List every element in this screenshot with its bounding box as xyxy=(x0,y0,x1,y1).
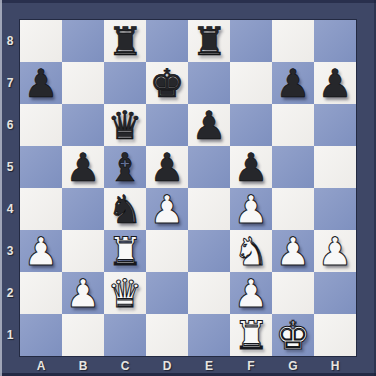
square-g1[interactable]: ♚ xyxy=(272,314,314,356)
square-h6[interactable] xyxy=(314,104,356,146)
square-g2[interactable] xyxy=(272,272,314,314)
black-pawn[interactable]: ♟ xyxy=(62,146,104,188)
chess-board-frame: 87654321 ♜♜♟♚♟♟♛♟♟♝♟♟♞♟♟♟♜♞♟♟♟♛♟♜♚ ABCDE… xyxy=(0,0,376,376)
square-h5[interactable] xyxy=(314,146,356,188)
square-h4[interactable] xyxy=(314,188,356,230)
square-h8[interactable] xyxy=(314,20,356,62)
square-f4[interactable]: ♟ xyxy=(230,188,272,230)
square-e3[interactable] xyxy=(188,230,230,272)
white-queen[interactable]: ♛ xyxy=(104,272,146,314)
square-g5[interactable] xyxy=(272,146,314,188)
square-c8[interactable]: ♜ xyxy=(104,20,146,62)
square-d5[interactable]: ♟ xyxy=(146,146,188,188)
square-c3[interactable]: ♜ xyxy=(104,230,146,272)
square-c6[interactable]: ♛ xyxy=(104,104,146,146)
rank-label-4: 4 xyxy=(0,188,20,230)
file-label-h: H xyxy=(314,356,356,376)
square-b7[interactable] xyxy=(62,62,104,104)
black-queen[interactable]: ♛ xyxy=(104,104,146,146)
black-pawn[interactable]: ♟ xyxy=(314,62,356,104)
square-d1[interactable] xyxy=(146,314,188,356)
square-f8[interactable] xyxy=(230,20,272,62)
file-label-d: D xyxy=(146,356,188,376)
white-king[interactable]: ♚ xyxy=(272,314,314,356)
white-pawn[interactable]: ♟ xyxy=(146,188,188,230)
white-pawn[interactable]: ♟ xyxy=(230,272,272,314)
black-knight[interactable]: ♞ xyxy=(104,188,146,230)
square-d2[interactable] xyxy=(146,272,188,314)
black-pawn[interactable]: ♟ xyxy=(188,104,230,146)
square-b4[interactable] xyxy=(62,188,104,230)
black-bishop[interactable]: ♝ xyxy=(104,146,146,188)
file-label-f: F xyxy=(230,356,272,376)
file-label-b: B xyxy=(62,356,104,376)
white-pawn[interactable]: ♟ xyxy=(272,230,314,272)
square-g8[interactable] xyxy=(272,20,314,62)
file-label-c: C xyxy=(104,356,146,376)
square-d4[interactable]: ♟ xyxy=(146,188,188,230)
square-f3[interactable]: ♞ xyxy=(230,230,272,272)
file-label-a: A xyxy=(20,356,62,376)
square-h2[interactable] xyxy=(314,272,356,314)
square-a3[interactable]: ♟ xyxy=(20,230,62,272)
rank-label-2: 2 xyxy=(0,272,20,314)
rank-label-6: 6 xyxy=(0,104,20,146)
square-d3[interactable] xyxy=(146,230,188,272)
square-a2[interactable] xyxy=(20,272,62,314)
black-pawn[interactable]: ♟ xyxy=(272,62,314,104)
file-label-g: G xyxy=(272,356,314,376)
square-c7[interactable] xyxy=(104,62,146,104)
square-e4[interactable] xyxy=(188,188,230,230)
square-g4[interactable] xyxy=(272,188,314,230)
white-rook[interactable]: ♜ xyxy=(230,314,272,356)
square-d8[interactable] xyxy=(146,20,188,62)
square-f7[interactable] xyxy=(230,62,272,104)
square-d7[interactable]: ♚ xyxy=(146,62,188,104)
rank-label-3: 3 xyxy=(0,230,20,272)
square-e8[interactable]: ♜ xyxy=(188,20,230,62)
black-rook[interactable]: ♜ xyxy=(104,20,146,62)
square-c2[interactable]: ♛ xyxy=(104,272,146,314)
square-b3[interactable] xyxy=(62,230,104,272)
square-a4[interactable] xyxy=(20,188,62,230)
rank-label-7: 7 xyxy=(0,62,20,104)
square-h7[interactable]: ♟ xyxy=(314,62,356,104)
rank-label-5: 5 xyxy=(0,146,20,188)
square-g3[interactable]: ♟ xyxy=(272,230,314,272)
rank-label-8: 8 xyxy=(0,20,20,62)
square-a8[interactable] xyxy=(20,20,62,62)
square-b1[interactable] xyxy=(62,314,104,356)
rank-labels: 87654321 xyxy=(0,20,20,356)
square-b5[interactable]: ♟ xyxy=(62,146,104,188)
rank-label-1: 1 xyxy=(0,314,20,356)
file-labels: ABCDEFGH xyxy=(20,356,356,376)
square-a5[interactable] xyxy=(20,146,62,188)
square-h1[interactable] xyxy=(314,314,356,356)
square-f5[interactable]: ♟ xyxy=(230,146,272,188)
white-pawn[interactable]: ♟ xyxy=(314,230,356,272)
white-pawn[interactable]: ♟ xyxy=(20,230,62,272)
square-b2[interactable]: ♟ xyxy=(62,272,104,314)
square-c5[interactable]: ♝ xyxy=(104,146,146,188)
black-pawn[interactable]: ♟ xyxy=(146,146,188,188)
square-e1[interactable] xyxy=(188,314,230,356)
white-pawn[interactable]: ♟ xyxy=(62,272,104,314)
square-f2[interactable]: ♟ xyxy=(230,272,272,314)
square-d6[interactable] xyxy=(146,104,188,146)
square-f1[interactable]: ♜ xyxy=(230,314,272,356)
black-rook[interactable]: ♜ xyxy=(188,20,230,62)
square-e2[interactable] xyxy=(188,272,230,314)
square-h3[interactable]: ♟ xyxy=(314,230,356,272)
white-knight[interactable]: ♞ xyxy=(230,230,272,272)
square-a7[interactable]: ♟ xyxy=(20,62,62,104)
square-b8[interactable] xyxy=(62,20,104,62)
square-e7[interactable] xyxy=(188,62,230,104)
square-b6[interactable] xyxy=(62,104,104,146)
square-a6[interactable] xyxy=(20,104,62,146)
square-a1[interactable] xyxy=(20,314,62,356)
square-g7[interactable]: ♟ xyxy=(272,62,314,104)
square-g6[interactable] xyxy=(272,104,314,146)
square-c1[interactable] xyxy=(104,314,146,356)
square-e5[interactable] xyxy=(188,146,230,188)
black-king[interactable]: ♚ xyxy=(146,62,188,104)
file-label-e: E xyxy=(188,356,230,376)
black-pawn[interactable]: ♟ xyxy=(20,62,62,104)
square-f6[interactable] xyxy=(230,104,272,146)
white-rook[interactable]: ♜ xyxy=(104,230,146,272)
white-pawn[interactable]: ♟ xyxy=(230,188,272,230)
chess-board: ♜♜♟♚♟♟♛♟♟♝♟♟♞♟♟♟♜♞♟♟♟♛♟♜♚ xyxy=(20,20,356,356)
square-e6[interactable]: ♟ xyxy=(188,104,230,146)
square-c4[interactable]: ♞ xyxy=(104,188,146,230)
black-pawn[interactable]: ♟ xyxy=(230,146,272,188)
